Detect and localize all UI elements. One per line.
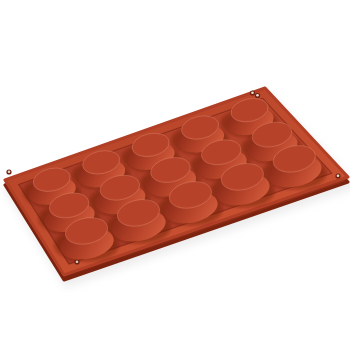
corner-hole	[6, 169, 11, 174]
hole-center	[8, 170, 11, 173]
silicone-mold-illustration	[0, 0, 350, 350]
hole-center	[251, 91, 254, 94]
corner-hole	[250, 90, 255, 95]
corner-hole	[335, 173, 340, 178]
corner-hole	[255, 93, 260, 98]
photo-background	[0, 0, 350, 350]
hole-center	[256, 94, 259, 97]
product-photo	[0, 0, 350, 350]
hole-center	[337, 174, 340, 177]
